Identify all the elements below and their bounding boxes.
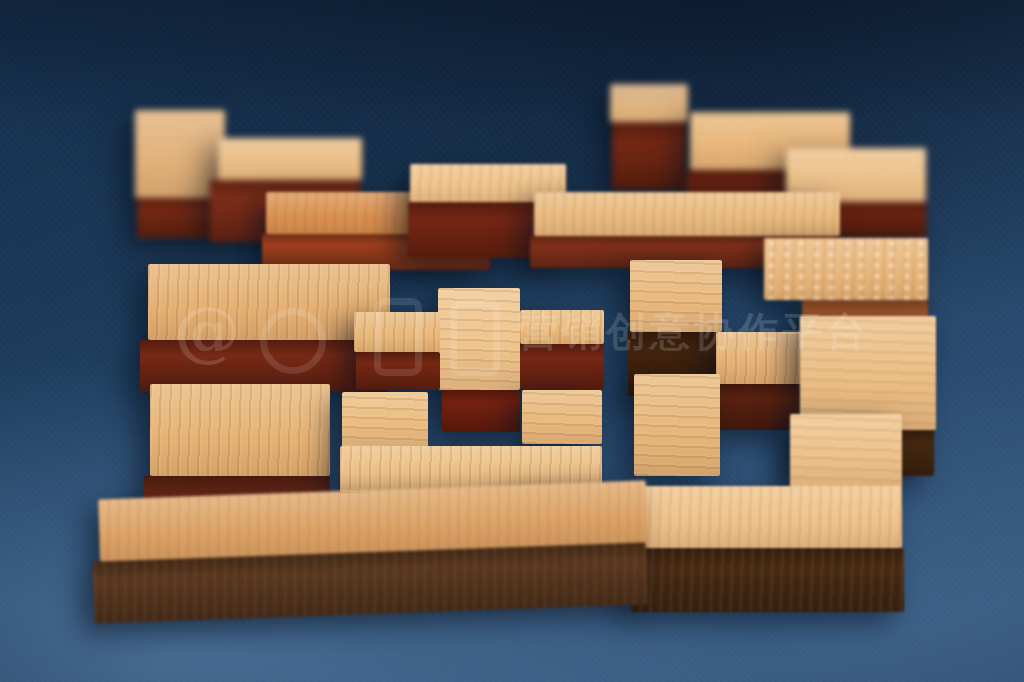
wood-block-I-top-face bbox=[764, 238, 928, 300]
wood-block-P-top-face bbox=[342, 392, 428, 448]
wood-block-E bbox=[610, 84, 688, 190]
wood-block-K-top-face bbox=[520, 310, 604, 344]
wood-block-R-front-face bbox=[630, 548, 904, 612]
wood-block-L-top-face bbox=[630, 260, 722, 332]
wood-block-H-top-face bbox=[534, 192, 840, 236]
wood-block-N-top-face bbox=[800, 316, 936, 430]
photo-wooden-block-puzzle: @ 营销创意协作平台 bbox=[0, 0, 1024, 682]
wood-block-K-front-face bbox=[356, 352, 440, 390]
wood-block-K-top-face bbox=[354, 312, 440, 352]
wood-block-K-top-face bbox=[438, 288, 520, 390]
wood-block-E-top-face bbox=[610, 84, 688, 122]
wood-block-M-top-face bbox=[716, 332, 802, 384]
wood-block-O-top-face bbox=[150, 384, 330, 476]
wood-block-S bbox=[90, 478, 652, 623]
wood-block-E-front-face bbox=[612, 122, 686, 190]
blocks-layer bbox=[0, 0, 1024, 682]
wood-block-K-front-face bbox=[520, 344, 604, 390]
wood-block-B-top-face bbox=[218, 138, 362, 180]
wood-block-R-top-face bbox=[790, 414, 902, 488]
